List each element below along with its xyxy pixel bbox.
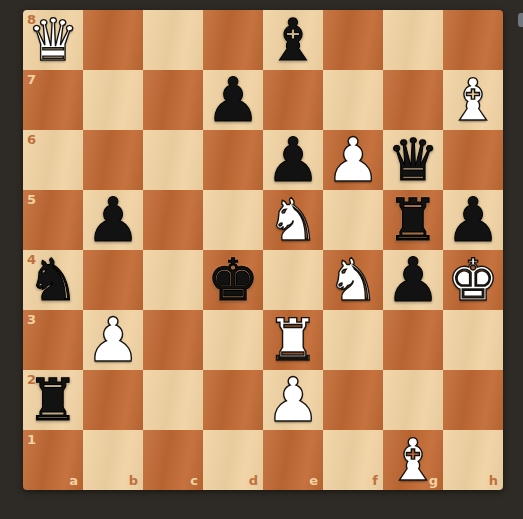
square-b5[interactable]: ♟	[83, 190, 143, 250]
square-c8[interactable]	[143, 10, 203, 70]
square-g4[interactable]: ♟	[383, 250, 443, 310]
square-b6[interactable]	[83, 130, 143, 190]
file-label-h: h	[489, 474, 498, 487]
piece-white-pawn[interactable]: ♟	[326, 130, 381, 190]
file-label-c: c	[190, 474, 198, 487]
piece-black-queen[interactable]: ♛	[387, 130, 439, 190]
square-d1[interactable]: d	[203, 430, 263, 490]
rank-label-3: 3	[27, 313, 36, 326]
square-h5[interactable]: ♟	[443, 190, 503, 250]
square-d7[interactable]: ♟	[203, 70, 263, 130]
square-h7[interactable]: ♝	[443, 70, 503, 130]
piece-white-bishop[interactable]: ♝	[447, 70, 499, 130]
square-h6[interactable]	[443, 130, 503, 190]
piece-black-pawn[interactable]: ♟	[206, 70, 261, 130]
piece-white-bishop[interactable]: ♝	[387, 430, 439, 490]
square-g8[interactable]	[383, 10, 443, 70]
square-a7[interactable]: 7	[23, 70, 83, 130]
piece-black-king[interactable]: ♚	[207, 250, 259, 310]
chess-board: 8♛♝7♟♝6♟♟♛5♟♞♜♟4♞♚♞♟♚3♟♜2♜♟1abcdefg♝h	[23, 10, 503, 490]
square-a8[interactable]: 8♛	[23, 10, 83, 70]
square-a4[interactable]: 4♞	[23, 250, 83, 310]
square-a6[interactable]: 6	[23, 130, 83, 190]
rank-label-7: 7	[27, 73, 36, 86]
square-a3[interactable]: 3	[23, 310, 83, 370]
piece-white-knight[interactable]: ♞	[327, 250, 379, 310]
square-f7[interactable]	[323, 70, 383, 130]
square-d3[interactable]	[203, 310, 263, 370]
piece-white-rook[interactable]: ♜	[267, 310, 319, 370]
piece-black-pawn[interactable]: ♟	[386, 250, 441, 310]
piece-white-queen[interactable]: ♛	[27, 10, 79, 70]
file-label-a: a	[69, 474, 78, 487]
square-b2[interactable]	[83, 370, 143, 430]
piece-black-knight[interactable]: ♞	[27, 250, 79, 310]
piece-white-knight[interactable]: ♞	[267, 190, 319, 250]
square-b1[interactable]: b	[83, 430, 143, 490]
square-f1[interactable]: f	[323, 430, 383, 490]
square-e3[interactable]: ♜	[263, 310, 323, 370]
square-h2[interactable]	[443, 370, 503, 430]
square-f6[interactable]: ♟	[323, 130, 383, 190]
piece-black-rook[interactable]: ♜	[387, 190, 439, 250]
square-c6[interactable]	[143, 130, 203, 190]
square-e2[interactable]: ♟	[263, 370, 323, 430]
square-c4[interactable]	[143, 250, 203, 310]
square-d5[interactable]	[203, 190, 263, 250]
square-g1[interactable]: g♝	[383, 430, 443, 490]
square-b4[interactable]	[83, 250, 143, 310]
piece-black-pawn[interactable]: ♟	[266, 130, 321, 190]
piece-black-pawn[interactable]: ♟	[446, 190, 501, 250]
square-f3[interactable]	[323, 310, 383, 370]
square-a5[interactable]: 5	[23, 190, 83, 250]
square-e4[interactable]	[263, 250, 323, 310]
square-f8[interactable]	[323, 10, 383, 70]
square-d6[interactable]	[203, 130, 263, 190]
square-f2[interactable]	[323, 370, 383, 430]
piece-white-king[interactable]: ♚	[447, 250, 499, 310]
square-e7[interactable]	[263, 70, 323, 130]
square-c5[interactable]	[143, 190, 203, 250]
rank-label-1: 1	[27, 433, 36, 446]
square-h4[interactable]: ♚	[443, 250, 503, 310]
square-b7[interactable]	[83, 70, 143, 130]
file-label-f: f	[372, 474, 378, 487]
square-e8[interactable]: ♝	[263, 10, 323, 70]
square-c1[interactable]: c	[143, 430, 203, 490]
piece-white-pawn[interactable]: ♟	[266, 370, 321, 430]
piece-black-rook[interactable]: ♜	[27, 370, 79, 430]
square-d2[interactable]	[203, 370, 263, 430]
piece-black-bishop[interactable]: ♝	[267, 10, 319, 70]
square-g7[interactable]	[383, 70, 443, 130]
square-e1[interactable]: e	[263, 430, 323, 490]
square-b8[interactable]	[83, 10, 143, 70]
file-label-d: d	[249, 474, 258, 487]
square-g5[interactable]: ♜	[383, 190, 443, 250]
square-a2[interactable]: 2♜	[23, 370, 83, 430]
square-b3[interactable]: ♟	[83, 310, 143, 370]
square-d8[interactable]	[203, 10, 263, 70]
square-c3[interactable]	[143, 310, 203, 370]
square-c7[interactable]	[143, 70, 203, 130]
file-label-e: e	[309, 474, 318, 487]
square-e5[interactable]: ♞	[263, 190, 323, 250]
square-c2[interactable]	[143, 370, 203, 430]
square-f4[interactable]: ♞	[323, 250, 383, 310]
square-d4[interactable]: ♚	[203, 250, 263, 310]
rank-label-5: 5	[27, 193, 36, 206]
app-background: { "game": "chess", "position": { "fen_pi…	[0, 0, 523, 519]
clipped-ui-icon	[518, 13, 523, 27]
square-g2[interactable]	[383, 370, 443, 430]
piece-black-pawn[interactable]: ♟	[86, 190, 141, 250]
square-h1[interactable]: h	[443, 430, 503, 490]
square-f5[interactable]	[323, 190, 383, 250]
piece-white-pawn[interactable]: ♟	[86, 310, 141, 370]
square-e6[interactable]: ♟	[263, 130, 323, 190]
square-h3[interactable]	[443, 310, 503, 370]
file-label-b: b	[129, 474, 138, 487]
square-h8[interactable]	[443, 10, 503, 70]
square-g6[interactable]: ♛	[383, 130, 443, 190]
square-a1[interactable]: 1a	[23, 430, 83, 490]
square-g3[interactable]	[383, 310, 443, 370]
rank-label-6: 6	[27, 133, 36, 146]
